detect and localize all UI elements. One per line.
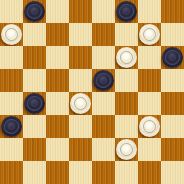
black-piece[interactable] (1, 116, 22, 137)
square-b6[interactable] (23, 46, 46, 69)
square-d8[interactable] (69, 0, 92, 23)
white-piece[interactable] (1, 24, 22, 45)
square-f4[interactable] (115, 92, 138, 115)
square-g7[interactable] (138, 23, 161, 46)
square-d3 (69, 115, 92, 138)
square-e8 (92, 0, 115, 23)
square-a5[interactable] (0, 69, 23, 92)
square-b5 (23, 69, 46, 92)
square-c1[interactable] (46, 161, 69, 184)
square-a2 (0, 138, 23, 161)
square-c5[interactable] (46, 69, 69, 92)
square-f7 (115, 23, 138, 46)
black-piece[interactable] (93, 70, 114, 91)
white-piece[interactable] (116, 47, 137, 68)
square-h1 (161, 161, 184, 184)
black-piece[interactable] (162, 47, 183, 68)
square-a6 (0, 46, 23, 69)
square-g6 (138, 46, 161, 69)
square-f5 (115, 69, 138, 92)
square-c2 (46, 138, 69, 161)
square-d4[interactable] (69, 92, 92, 115)
square-c7[interactable] (46, 23, 69, 46)
square-f2[interactable] (115, 138, 138, 161)
square-e4 (92, 92, 115, 115)
square-h7 (161, 23, 184, 46)
square-b2[interactable] (23, 138, 46, 161)
black-piece[interactable] (24, 1, 45, 22)
square-b8[interactable] (23, 0, 46, 23)
square-a4 (0, 92, 23, 115)
square-d2[interactable] (69, 138, 92, 161)
square-e2 (92, 138, 115, 161)
square-a7[interactable] (0, 23, 23, 46)
square-h2[interactable] (161, 138, 184, 161)
square-f8[interactable] (115, 0, 138, 23)
square-h3 (161, 115, 184, 138)
square-h5 (161, 69, 184, 92)
white-piece[interactable] (70, 93, 91, 114)
square-c3[interactable] (46, 115, 69, 138)
square-g4 (138, 92, 161, 115)
square-b4[interactable] (23, 92, 46, 115)
black-piece[interactable] (24, 93, 45, 114)
square-e3[interactable] (92, 115, 115, 138)
square-c6 (46, 46, 69, 69)
square-g2 (138, 138, 161, 161)
square-g5[interactable] (138, 69, 161, 92)
square-h8[interactable] (161, 0, 184, 23)
square-f1 (115, 161, 138, 184)
square-f3 (115, 115, 138, 138)
black-piece[interactable] (116, 1, 137, 22)
square-e5[interactable] (92, 69, 115, 92)
square-h6[interactable] (161, 46, 184, 69)
square-d5 (69, 69, 92, 92)
square-e7[interactable] (92, 23, 115, 46)
square-g1[interactable] (138, 161, 161, 184)
square-c8 (46, 0, 69, 23)
square-a1[interactable] (0, 161, 23, 184)
square-b1 (23, 161, 46, 184)
square-e6 (92, 46, 115, 69)
square-a3[interactable] (0, 115, 23, 138)
checkers-board (0, 0, 184, 184)
white-piece[interactable] (116, 139, 137, 160)
square-d7 (69, 23, 92, 46)
square-b3 (23, 115, 46, 138)
square-b7 (23, 23, 46, 46)
square-a8 (0, 0, 23, 23)
square-c4 (46, 92, 69, 115)
square-g3[interactable] (138, 115, 161, 138)
square-g8 (138, 0, 161, 23)
square-d1 (69, 161, 92, 184)
square-h4[interactable] (161, 92, 184, 115)
square-e1[interactable] (92, 161, 115, 184)
white-piece[interactable] (139, 24, 160, 45)
square-f6[interactable] (115, 46, 138, 69)
white-piece[interactable] (139, 116, 160, 137)
square-d6[interactable] (69, 46, 92, 69)
